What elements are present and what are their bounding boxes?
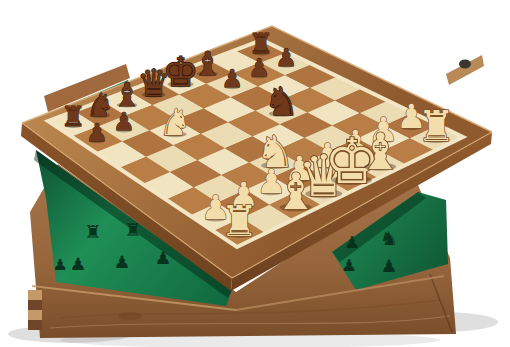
box-finger-joint — [28, 320, 42, 330]
piece-white-knight-c6: ♞ — [159, 101, 192, 144]
scene-canvas: ♜♜♟♟♟♟♟♞♟♟♜♞♝♛♚♝♜♟♟♟♟♟♞♞♞♟♟♟♟♟♟♟♟♜♝♛♚♝♜ — [0, 0, 510, 347]
chess-set-product-photo: ♜♜♟♟♟♟♟♞♟♟♜♞♝♛♚♝♜♟♟♟♟♟♞♞♞♟♟♟♟♟♟♟♟♜♝♛♚♝♜ — [0, 0, 510, 347]
piece-black-pawn-b7: ♟ — [113, 107, 135, 136]
felt-slot-pawn: ♟ — [344, 233, 360, 252]
piece-white-rook-a1: ♜ — [220, 197, 258, 246]
box-wood-knot — [118, 312, 142, 320]
box-finger-joint — [28, 290, 42, 300]
felt-slot-pawn: ♟ — [154, 248, 171, 268]
piece-white-rook-h1: ♜ — [417, 102, 455, 151]
felt-slot-pawn: ♟ — [341, 256, 357, 275]
piece-black-pawn-f7: ♟ — [221, 64, 243, 93]
piece-black-bishop-f8: ♝ — [193, 45, 222, 83]
piece-black-rook-a8: ♜ — [61, 100, 86, 133]
box-finger-joint — [28, 310, 42, 320]
felt-slot-pawn: ♟ — [69, 254, 86, 274]
box-latch — [459, 60, 471, 69]
piece-black-knight-f5: ♞ — [264, 79, 299, 124]
felt-slot-pawn: ♟ — [380, 256, 397, 276]
piece-black-pawn-a7: ♟ — [86, 118, 108, 147]
felt-slot-pawn: ♟ — [113, 252, 130, 272]
piece-white-bishop-f1: ♝ — [358, 123, 403, 181]
felt-slot-rook: ♜ — [84, 221, 102, 242]
piece-black-pawn-h7: ♟ — [275, 43, 297, 72]
felt-slot-knight: ♞ — [380, 227, 399, 250]
felt-slot-pawn: ♟ — [52, 256, 67, 274]
box-finger-joint — [28, 300, 42, 310]
